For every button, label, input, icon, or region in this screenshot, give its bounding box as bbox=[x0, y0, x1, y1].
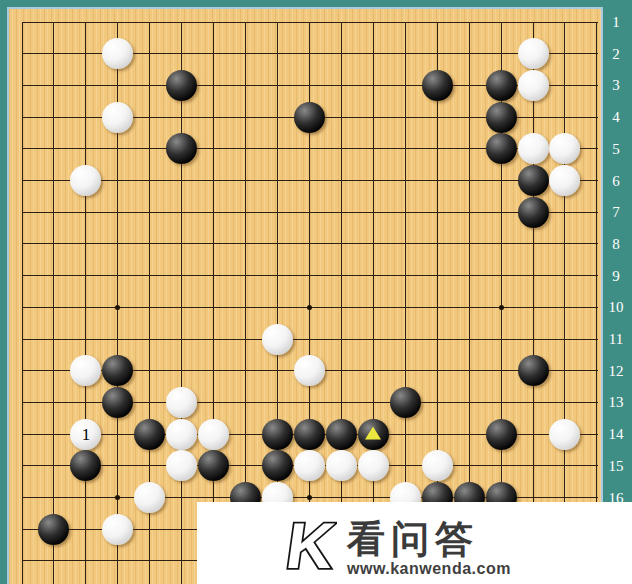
row-label-10: 10 bbox=[602, 297, 630, 317]
row-label-13: 13 bbox=[602, 392, 630, 412]
stone-black bbox=[262, 419, 293, 450]
grid-vline bbox=[85, 22, 86, 584]
watermark-box: K 看问答 www.kanwenda.com bbox=[197, 502, 632, 584]
stone-white bbox=[294, 355, 325, 386]
star-point bbox=[499, 305, 504, 310]
row-label-7: 7 bbox=[602, 202, 630, 222]
watermark-site-name: 看问答 bbox=[347, 518, 511, 560]
stone-black bbox=[166, 70, 197, 101]
stone-white bbox=[518, 38, 549, 69]
stone-white: 1 bbox=[70, 419, 101, 450]
row-label-14: 14 bbox=[602, 424, 630, 444]
grid-vline bbox=[341, 22, 342, 584]
row-label-5: 5 bbox=[602, 139, 630, 159]
stone-black bbox=[486, 419, 517, 450]
row-label-2: 2 bbox=[602, 44, 630, 64]
logo-k-glyph: K bbox=[283, 510, 337, 580]
row-label-15: 15 bbox=[602, 456, 630, 476]
kanwenda-logo-icon: K bbox=[283, 510, 337, 580]
stone-white bbox=[166, 387, 197, 418]
grid-vline bbox=[596, 22, 597, 584]
stone-black bbox=[358, 419, 389, 450]
triangle-marker bbox=[365, 427, 381, 440]
stone-white bbox=[326, 450, 357, 481]
stone-black bbox=[422, 70, 453, 101]
stone-white bbox=[549, 419, 580, 450]
stone-white bbox=[198, 419, 229, 450]
stone-black bbox=[294, 419, 325, 450]
stone-white bbox=[518, 133, 549, 164]
go-board-frame: 123456789101112131415161 K 看问答 www.kanwe… bbox=[0, 0, 632, 584]
stone-black bbox=[38, 514, 69, 545]
grid-vline bbox=[22, 22, 23, 584]
watermark-text-block: 看问答 www.kanwenda.com bbox=[347, 518, 511, 578]
stone-black bbox=[518, 197, 549, 228]
row-label-1: 1 bbox=[602, 12, 630, 32]
stone-white bbox=[358, 450, 389, 481]
grid-vline bbox=[373, 22, 374, 584]
grid-hline bbox=[22, 212, 598, 213]
grid-vline bbox=[53, 22, 54, 584]
row-label-8: 8 bbox=[602, 234, 630, 254]
grid-hline bbox=[22, 275, 598, 276]
row-label-3: 3 bbox=[602, 75, 630, 95]
grid-vline bbox=[564, 22, 565, 584]
row-label-4: 4 bbox=[602, 107, 630, 127]
grid-vline bbox=[181, 22, 182, 584]
stone-black bbox=[102, 387, 133, 418]
stone-black bbox=[294, 102, 325, 133]
stone-white bbox=[518, 70, 549, 101]
move-number-label: 1 bbox=[82, 426, 91, 443]
grid-vline bbox=[533, 22, 534, 584]
star-point bbox=[307, 305, 312, 310]
stone-black bbox=[326, 419, 357, 450]
stone-black bbox=[390, 387, 421, 418]
watermark-site-url: www.kanwenda.com bbox=[347, 560, 511, 578]
stone-white bbox=[102, 514, 133, 545]
stone-black bbox=[486, 102, 517, 133]
stone-white bbox=[102, 102, 133, 133]
grid-hline bbox=[22, 339, 598, 340]
stone-black bbox=[486, 70, 517, 101]
stone-black bbox=[518, 165, 549, 196]
grid-hline bbox=[22, 243, 598, 244]
stone-white bbox=[166, 419, 197, 450]
stone-black bbox=[518, 355, 549, 386]
grid-hline bbox=[22, 180, 598, 181]
row-label-11: 11 bbox=[602, 329, 630, 349]
stone-black bbox=[486, 133, 517, 164]
grid-hline bbox=[22, 22, 598, 23]
row-label-12: 12 bbox=[602, 361, 630, 381]
row-label-9: 9 bbox=[602, 266, 630, 286]
stone-black bbox=[134, 419, 165, 450]
grid-vline bbox=[213, 22, 214, 584]
star-point bbox=[307, 495, 312, 500]
stone-white bbox=[422, 450, 453, 481]
stone-white bbox=[262, 324, 293, 355]
row-label-6: 6 bbox=[602, 171, 630, 191]
